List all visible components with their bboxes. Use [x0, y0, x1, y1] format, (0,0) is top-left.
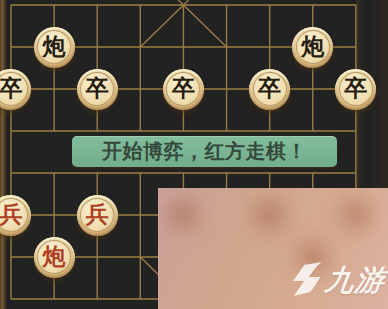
blurred-piece-shadow	[247, 192, 293, 238]
piece-character: 卒	[0, 77, 22, 100]
blurred-piece-shadow	[160, 192, 206, 238]
banner-text: 开始博弈，红方走棋！	[102, 138, 307, 165]
piece-character: 卒	[172, 77, 195, 100]
piece-character: 卒	[86, 77, 109, 100]
piece-character: 兵	[86, 203, 109, 226]
black-soldier-piece[interactable]: 卒	[76, 68, 119, 110]
black-cannon-piece[interactable]: 炮	[33, 26, 76, 68]
piece-character: 卒	[344, 77, 367, 100]
piece-character: 炮	[301, 35, 324, 58]
piece-character: 炮	[43, 245, 66, 268]
watermark-text: 九游	[322, 261, 388, 301]
turn-announcement-banner: 开始博弈，红方走棋！	[72, 136, 337, 167]
red-soldier-piece[interactable]: 兵	[0, 194, 33, 236]
black-soldier-piece[interactable]: 卒	[248, 68, 291, 110]
jiuyou-logo-icon	[289, 262, 324, 300]
red-cannon-piece[interactable]: 炮	[33, 236, 76, 278]
xiangqi-game-screen: 炮炮卒卒卒卒卒兵兵炮 开始博弈，红方走棋！ 九游	[0, 0, 388, 309]
piece-character: 炮	[43, 35, 66, 58]
black-cannon-piece[interactable]: 炮	[291, 26, 334, 68]
blurred-piece-shadow	[333, 192, 379, 238]
red-soldier-piece[interactable]: 兵	[76, 194, 119, 236]
black-soldier-piece[interactable]: 卒	[334, 68, 377, 110]
jiuyou-watermark: 九游	[289, 261, 388, 301]
black-soldier-piece[interactable]: 卒	[0, 68, 33, 110]
black-soldier-piece[interactable]: 卒	[162, 68, 205, 110]
piece-character: 卒	[258, 77, 281, 100]
piece-character: 兵	[0, 203, 22, 226]
